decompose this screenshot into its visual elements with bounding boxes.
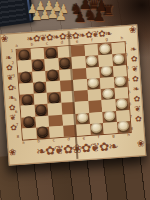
board-square[interactable] <box>49 126 63 138</box>
file-letter: g <box>112 134 115 138</box>
rank-number: 3 <box>12 73 16 77</box>
board-square[interactable] <box>36 126 50 138</box>
file-letter: f <box>91 39 93 43</box>
file-letter: h <box>120 36 123 40</box>
corner-rosette-icon: ❀ <box>137 139 145 149</box>
light-checker[interactable] <box>91 123 103 134</box>
corner-rosette-icon: ❀ <box>1 34 9 44</box>
dark-checker[interactable] <box>37 126 49 137</box>
light-checker[interactable] <box>115 76 127 87</box>
light-checker[interactable] <box>118 121 130 132</box>
checkers-board-grid <box>16 41 132 140</box>
checkers-board: ❧✿❦✿❧✿❀✿❧✿❦✿❧ ❧✿❦✿❀✿❦✿❧ ❧✿❦✿❧✿❦✿ ❧✿❦✿❧✿❦… <box>0 24 146 165</box>
light-checker[interactable] <box>102 88 114 99</box>
rank-number: 8 <box>17 135 21 139</box>
dark-checker[interactable] <box>18 49 30 60</box>
light-checker[interactable] <box>100 66 112 77</box>
light-checker[interactable] <box>86 55 98 66</box>
light-checker[interactable] <box>88 78 100 89</box>
chess-piece-icon: ♟ <box>93 9 106 23</box>
file-letter: e <box>76 39 79 43</box>
board-square[interactable] <box>103 122 117 134</box>
laptop-keyboard <box>0 0 27 24</box>
light-checker[interactable] <box>99 43 111 54</box>
file-letter: b <box>37 139 40 143</box>
dark-checker[interactable] <box>59 57 71 68</box>
file-letter: c <box>52 138 54 142</box>
file-letter: h <box>127 133 130 137</box>
light-checker[interactable] <box>103 110 115 121</box>
board-square[interactable] <box>76 124 90 136</box>
dark-checker[interactable] <box>32 59 44 70</box>
rank-number: 2 <box>12 61 16 65</box>
corner-rosette-icon: ❀ <box>9 148 17 158</box>
rank-number: 6 <box>15 110 19 114</box>
file-letter: c <box>46 42 48 46</box>
chess-piece-icon: ♟ <box>55 9 67 22</box>
file-letter: a <box>22 140 25 144</box>
rank-number: 1 <box>11 49 15 53</box>
board-square[interactable] <box>22 127 36 139</box>
photo-scene: ♟♟♟♟♟♟♟♟♟ ♞♟♛♟♜♟♞♟ ❧✿❦✿❧✿❀✿❧✿❦✿❧ ❧✿❦✿❀✿❦… <box>0 0 150 200</box>
dark-checker[interactable] <box>20 71 32 82</box>
dark-checker[interactable] <box>46 69 58 80</box>
file-letter: d <box>61 41 64 45</box>
dark-checker[interactable] <box>34 82 46 93</box>
light-checker[interactable] <box>116 98 128 109</box>
board-square[interactable] <box>90 123 104 135</box>
dark-checker[interactable] <box>23 116 35 127</box>
file-letter: g <box>105 37 108 41</box>
rank-number: 5 <box>14 98 18 102</box>
board-square[interactable] <box>63 125 77 137</box>
file-letter: a <box>15 44 18 48</box>
file-letter: e <box>83 136 86 140</box>
rank-number: 7 <box>16 122 20 126</box>
file-letter: b <box>30 43 33 47</box>
light-checker[interactable] <box>113 53 125 64</box>
dark-checker[interactable] <box>35 104 47 115</box>
file-letter: d <box>67 137 70 141</box>
corner-rosette-icon: ❀ <box>129 25 137 35</box>
dark-checker[interactable] <box>48 92 60 103</box>
board-square[interactable] <box>116 121 130 133</box>
light-checker[interactable] <box>77 112 89 123</box>
file-letter: f <box>98 135 100 139</box>
dark-checker[interactable] <box>21 94 33 105</box>
rank-number: 4 <box>13 86 17 90</box>
dark-checker[interactable] <box>45 47 57 58</box>
